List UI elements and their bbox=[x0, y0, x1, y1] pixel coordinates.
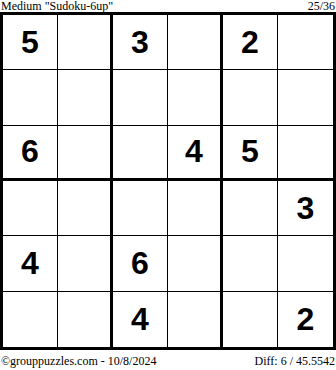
puzzle-page: Medium "Sudoku-6up" 25/36 53264534642 ©g… bbox=[0, 0, 336, 370]
cell-r6c5-empty[interactable] bbox=[223, 292, 278, 347]
cell-r3c3-empty[interactable] bbox=[113, 126, 168, 181]
cell-r5c5-empty[interactable] bbox=[223, 236, 278, 291]
cell-r1c3-given: 3 bbox=[113, 15, 168, 70]
copyright-date: ©grouppuzzles.com - 10/8/2024 bbox=[1, 355, 156, 367]
cell-r6c2-empty[interactable] bbox=[58, 292, 113, 347]
cell-r1c5-given: 2 bbox=[223, 15, 278, 70]
cell-r6c1-empty[interactable] bbox=[3, 292, 58, 347]
cell-r1c2-empty[interactable] bbox=[58, 15, 113, 70]
cell-r5c3-given: 6 bbox=[113, 236, 168, 291]
cell-r5c1-given: 4 bbox=[3, 236, 58, 291]
puzzle-header: Medium "Sudoku-6up" 25/36 bbox=[0, 0, 336, 12]
cell-r3c2-empty[interactable] bbox=[58, 126, 113, 181]
cell-r2c5-empty[interactable] bbox=[223, 70, 278, 125]
cell-r3c1-given: 6 bbox=[3, 126, 58, 181]
cell-r2c3-empty[interactable] bbox=[113, 70, 168, 125]
cell-r4c1-empty[interactable] bbox=[3, 181, 58, 236]
progress-counter: 25/36 bbox=[308, 0, 335, 12]
cell-r1c1-given: 5 bbox=[3, 15, 58, 70]
sudoku-board: 53264534642 bbox=[0, 12, 336, 350]
cell-r1c6-empty[interactable] bbox=[278, 15, 333, 70]
cell-r6c4-empty[interactable] bbox=[168, 292, 223, 347]
cell-r2c2-empty[interactable] bbox=[58, 70, 113, 125]
cell-r6c6-given: 2 bbox=[278, 292, 333, 347]
cell-r4c4-empty[interactable] bbox=[168, 181, 223, 236]
cell-r2c6-empty[interactable] bbox=[278, 70, 333, 125]
cell-r5c2-empty[interactable] bbox=[58, 236, 113, 291]
difficulty-rating: Diff: 6 / 45.5542 bbox=[255, 355, 335, 367]
cell-r4c6-given: 3 bbox=[278, 181, 333, 236]
cell-r5c6-empty[interactable] bbox=[278, 236, 333, 291]
puzzle-footer: ©grouppuzzles.com - 10/8/2024 Diff: 6 / … bbox=[0, 350, 336, 370]
cell-r4c5-empty[interactable] bbox=[223, 181, 278, 236]
cell-r2c4-empty[interactable] bbox=[168, 70, 223, 125]
cell-r5c4-empty[interactable] bbox=[168, 236, 223, 291]
cell-r2c1-empty[interactable] bbox=[3, 70, 58, 125]
cell-r6c3-given: 4 bbox=[113, 292, 168, 347]
cell-r4c2-empty[interactable] bbox=[58, 181, 113, 236]
puzzle-title: Medium "Sudoku-6up" bbox=[1, 0, 113, 12]
cell-r4c3-empty[interactable] bbox=[113, 181, 168, 236]
cell-r1c4-empty[interactable] bbox=[168, 15, 223, 70]
cell-r3c6-empty[interactable] bbox=[278, 126, 333, 181]
cell-r3c4-given: 4 bbox=[168, 126, 223, 181]
cell-r3c5-given: 5 bbox=[223, 126, 278, 181]
